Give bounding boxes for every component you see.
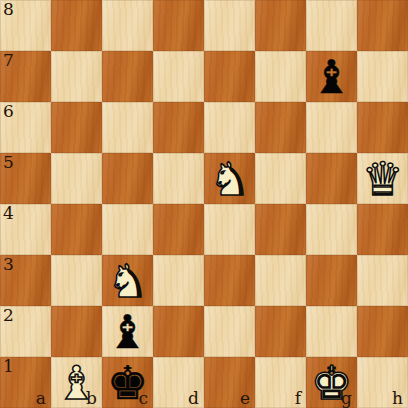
file-label-h: h [392,390,403,407]
rank-label-3: 3 [3,256,14,273]
square-h4[interactable] [357,204,408,255]
square-e6[interactable] [204,102,255,153]
chess-board: 87♝65♞♛43♞2♝1ab♝c♚defg♚h [0,0,408,408]
file-label-d: d [188,390,199,407]
file-label-f: f [295,390,301,407]
square-d4[interactable] [153,204,204,255]
square-d1[interactable]: d [153,357,204,408]
piece-white-king[interactable]: ♚ [306,358,357,408]
square-g4[interactable] [306,204,357,255]
square-d7[interactable] [153,51,204,102]
square-a2[interactable]: 2 [0,306,51,357]
square-g2[interactable] [306,306,357,357]
square-c6[interactable] [102,102,153,153]
square-f8[interactable] [255,0,306,51]
square-h8[interactable] [357,0,408,51]
square-f5[interactable] [255,153,306,204]
piece-black-king[interactable]: ♚ [102,358,153,408]
square-b5[interactable] [51,153,102,204]
piece-black-bishop[interactable]: ♝ [102,307,153,358]
square-e8[interactable] [204,0,255,51]
square-e5[interactable]: ♞ [204,153,255,204]
piece-white-bishop[interactable]: ♝ [51,358,102,408]
rank-label-2: 2 [3,307,14,324]
square-b2[interactable] [51,306,102,357]
square-d2[interactable] [153,306,204,357]
square-b8[interactable] [51,0,102,51]
square-d8[interactable] [153,0,204,51]
square-e2[interactable] [204,306,255,357]
square-a3[interactable]: 3 [0,255,51,306]
square-g1[interactable]: g♚ [306,357,357,408]
square-c8[interactable] [102,0,153,51]
square-a5[interactable]: 5 [0,153,51,204]
square-d6[interactable] [153,102,204,153]
square-f3[interactable] [255,255,306,306]
square-a6[interactable]: 6 [0,102,51,153]
square-h2[interactable] [357,306,408,357]
square-b4[interactable] [51,204,102,255]
piece-white-queen[interactable]: ♛ [357,154,408,205]
piece-white-knight[interactable]: ♞ [204,154,255,205]
square-c5[interactable] [102,153,153,204]
square-f2[interactable] [255,306,306,357]
square-b6[interactable] [51,102,102,153]
square-h5[interactable]: ♛ [357,153,408,204]
square-e3[interactable] [204,255,255,306]
square-f6[interactable] [255,102,306,153]
square-g6[interactable] [306,102,357,153]
square-c4[interactable] [102,204,153,255]
square-g5[interactable] [306,153,357,204]
square-c3[interactable]: ♞ [102,255,153,306]
square-a8[interactable]: 8 [0,0,51,51]
rank-label-7: 7 [3,52,14,69]
square-h7[interactable] [357,51,408,102]
rank-label-6: 6 [3,103,14,120]
square-f1[interactable]: f [255,357,306,408]
square-e1[interactable]: e [204,357,255,408]
square-a1[interactable]: 1a [0,357,51,408]
square-d3[interactable] [153,255,204,306]
square-g3[interactable] [306,255,357,306]
rank-label-8: 8 [3,1,14,18]
square-f4[interactable] [255,204,306,255]
file-label-a: a [36,390,46,407]
square-c7[interactable] [102,51,153,102]
piece-white-knight[interactable]: ♞ [102,256,153,307]
square-h6[interactable] [357,102,408,153]
square-g8[interactable] [306,0,357,51]
square-g7[interactable]: ♝ [306,51,357,102]
file-label-e: e [240,390,250,407]
square-e4[interactable] [204,204,255,255]
square-c2[interactable]: ♝ [102,306,153,357]
rank-label-4: 4 [3,205,14,222]
square-a7[interactable]: 7 [0,51,51,102]
square-b1[interactable]: b♝ [51,357,102,408]
square-b7[interactable] [51,51,102,102]
piece-black-bishop[interactable]: ♝ [306,52,357,103]
square-c1[interactable]: c♚ [102,357,153,408]
square-e7[interactable] [204,51,255,102]
rank-label-1: 1 [3,358,14,375]
square-b3[interactable] [51,255,102,306]
square-f7[interactable] [255,51,306,102]
square-d5[interactable] [153,153,204,204]
rank-label-5: 5 [3,154,14,171]
square-a4[interactable]: 4 [0,204,51,255]
square-h3[interactable] [357,255,408,306]
square-h1[interactable]: h [357,357,408,408]
